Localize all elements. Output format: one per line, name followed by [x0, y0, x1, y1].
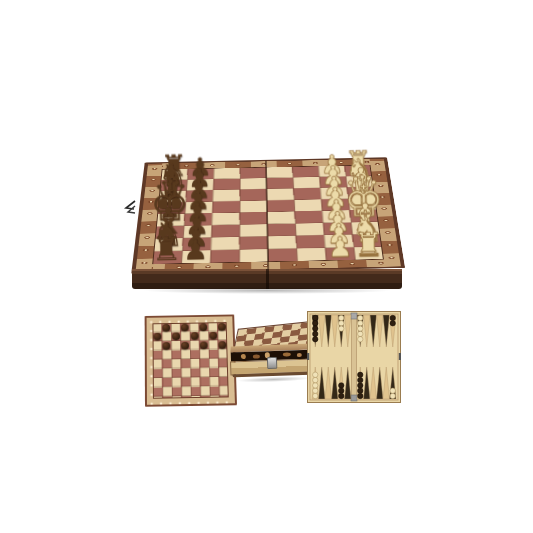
hinge-line — [356, 315, 357, 399]
chess-board: ♜♞♝♛♚♝♞♜♟♟♟♟♟♟♟♟♟♟♟♟♟♟♟♟♜♞♝♛♚♝♞♜ — [131, 157, 405, 274]
folded-box — [227, 322, 317, 397]
backgammon-checker-light — [313, 372, 318, 377]
checkers-man-dark — [219, 341, 227, 349]
backgammon-checker-light — [358, 315, 363, 320]
backgammon-checker-dark — [358, 372, 363, 377]
backgammon-checker-dark — [339, 388, 344, 393]
box-side-panel — [132, 269, 402, 289]
checkers-man-dark — [163, 342, 171, 350]
backgammon-checker-dark — [313, 326, 318, 331]
backgammon-checker-light — [339, 326, 344, 331]
backgammon-checker-light — [339, 321, 344, 326]
box-side-seam — [266, 269, 269, 289]
backgammon-board — [307, 311, 401, 403]
backgammon-checker-light — [358, 326, 363, 331]
backgammon-checker-light — [390, 388, 395, 393]
checkers-board — [145, 314, 237, 406]
metal-clasp-icon — [267, 357, 277, 369]
backgammon-checker-light — [313, 393, 318, 398]
checkers-man-dark — [218, 323, 226, 331]
hinge-line — [351, 315, 352, 399]
clasp-icon — [351, 395, 357, 401]
backgammon-checker-dark — [358, 393, 363, 398]
side-latch-icon — [307, 353, 309, 360]
backgammon-checker-dark — [358, 377, 363, 382]
hinge-strip — [352, 315, 357, 399]
backgammon-checker-dark — [358, 388, 363, 393]
stored-piece — [253, 354, 260, 358]
backgammon-checker-dark — [339, 393, 344, 398]
backgammon-checker-light — [313, 388, 318, 393]
backgammon-checker-dark — [313, 337, 318, 342]
backgammon-checker-dark — [390, 321, 395, 326]
backgammon-checker-dark — [313, 315, 318, 320]
stored-piece — [283, 352, 291, 356]
hinge-icon — [351, 313, 357, 319]
chess-set-hero: ♜♞♝♛♚♝♞♜♟♟♟♟♟♟♟♟♟♟♟♟♟♟♟♟♜♞♝♛♚♝♞♜ — [129, 150, 405, 274]
backgammon-checker-dark — [313, 331, 318, 336]
backgammon-checker-dark — [390, 315, 395, 320]
backgammon-checker-light — [390, 393, 395, 398]
backgammon-checker-light — [358, 331, 363, 336]
metal-latch-icon — [122, 199, 138, 219]
backgammon-checker-light — [313, 377, 318, 382]
board-frame — [131, 157, 405, 274]
backgammon-checker-dark — [358, 383, 363, 388]
backgammon-checker-light — [313, 383, 318, 388]
backgammon-checker-dark — [313, 321, 318, 326]
backgammon-checker-light — [358, 321, 363, 326]
stored-piece — [241, 354, 246, 359]
drop-shadow — [142, 287, 392, 294]
backgammon-checker-dark — [339, 383, 344, 388]
side-latch-icon — [399, 353, 401, 360]
backgammon-checker-light — [358, 337, 363, 342]
backgammon-checker-light — [339, 315, 344, 320]
stored-piece — [297, 353, 302, 357]
